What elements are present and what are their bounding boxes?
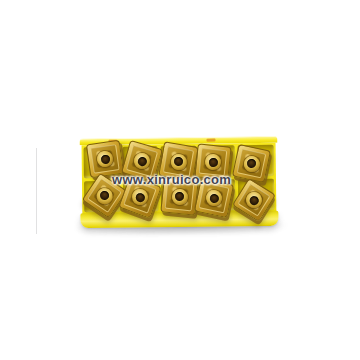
tray-compartment	[238, 179, 274, 210]
watermark-text: www.xinruico.com	[112, 172, 231, 187]
mold-mark	[108, 140, 117, 143]
product-photo: www.xinruico.com	[0, 0, 360, 360]
mold-mark	[206, 139, 215, 142]
tray-compartment	[238, 145, 274, 176]
photo-edge-artifact	[36, 148, 37, 234]
tray-front-face	[80, 211, 278, 228]
